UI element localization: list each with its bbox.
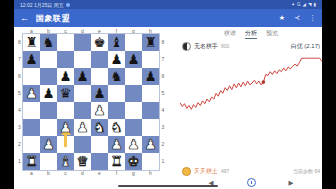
square-g6[interactable] [125,68,142,85]
coord-label: 5 [160,85,166,102]
coord-label: 7 [160,51,166,68]
tab-analysis[interactable]: 分析 [245,29,257,39]
square-c4[interactable] [57,102,74,119]
user-avatar[interactable] [182,167,191,176]
coord-label: g [125,170,142,176]
square-b3[interactable] [40,119,57,136]
coord-label: 8 [16,34,23,51]
square-h8[interactable]: ♜ [142,34,159,51]
evaluation-label: 白优 (2.17) [291,42,320,51]
square-a1[interactable]: ♜ [23,153,40,170]
black-P: ♟ [108,51,125,68]
square-h5[interactable] [142,85,159,102]
square-g1[interactable]: ♚ [125,153,142,170]
black-N: ♞ [40,34,57,51]
coord-label: 6 [16,68,23,85]
coord-label: c [57,170,74,176]
square-f1[interactable]: ♜ [108,153,125,170]
next-move-button[interactable]: ▶ [289,176,294,189]
square-c7[interactable] [57,51,74,68]
square-g8[interactable] [125,34,142,51]
app-content: 12:02 1月25日 周五 ✦ G ◢ ◥ ▮ ← 国象联盟 ★ ≺ ⋮ ab… [14,0,322,189]
square-d5[interactable] [74,85,91,102]
black-N: ♞ [108,68,125,85]
white-P: ♟ [142,136,159,153]
bottom-player-row: 天天棋士 497 当前步数 64 [180,166,322,176]
square-f4[interactable] [108,102,125,119]
square-h1[interactable] [142,153,159,170]
coord-label: 8 [160,34,166,51]
square-e4[interactable]: ♟ [91,102,108,119]
black-P: ♟ [74,68,91,85]
top-player-name: 无名棋手 [194,42,218,51]
square-d6[interactable]: ♟ [74,68,91,85]
black-P: ♟ [57,68,74,85]
white-N: ♞ [91,119,108,136]
last-move-arrow [61,128,71,147]
bottom-player-name: 天天棋士 [194,167,218,176]
main-area: abcdefgh 87654321 ♜♞♚♝♜♟♟♟♟♟♞♟♟♟♛♟♟♟♟♞♞♟… [14,27,322,189]
tab-preview[interactable]: 预览 [266,29,278,39]
coord-label: a [23,170,40,176]
black-Q: ♛ [57,85,74,102]
coord-label: 7 [16,51,23,68]
square-a4[interactable] [23,102,40,119]
coord-label: 1 [160,153,166,170]
coord-label: 3 [16,119,23,136]
coord-label: h [142,170,159,176]
white-N: ♞ [108,119,125,136]
app-bar: ← 国象联盟 ★ ≺ ⋮ [14,9,322,27]
square-e5[interactable]: ♟ [91,85,108,102]
network-type-icon: G [297,2,301,7]
current-move-marker [262,80,266,84]
square-g7[interactable]: ♟ [125,51,142,68]
board-ranks-left: 87654321 [16,34,23,170]
signal-icon: ◢ [303,2,306,7]
white-K: ♚ [125,153,142,170]
analysis-clock-button[interactable] [247,178,256,187]
white-Q: ♛ [74,153,91,170]
square-f3[interactable]: ♞ [108,119,125,136]
square-b8[interactable]: ♞ [40,34,57,51]
chess-board: abcdefgh 87654321 ♜♞♚♝♜♟♟♟♟♟♞♟♟♟♛♟♟♟♟♞♞♟… [16,28,166,176]
square-c6[interactable]: ♟ [57,68,74,85]
overflow-menu-icon[interactable]: ⋮ [309,14,316,22]
square-d2[interactable] [74,136,91,153]
playback-nav: ◀ ▶ [180,176,322,189]
square-a8[interactable]: ♜ [23,34,40,51]
white-P: ♟ [23,85,40,102]
square-h2[interactable]: ♟ [142,136,159,153]
square-b2[interactable]: ♟ [40,136,57,153]
white-B: ♝ [57,153,74,170]
white-R: ♜ [108,153,125,170]
square-d7[interactable] [74,51,91,68]
coord-label: 2 [160,136,166,153]
square-e1[interactable] [91,153,108,170]
black-P: ♟ [23,51,40,68]
vpn-icon: ✦ [291,2,295,7]
square-d3[interactable]: ♟ [74,119,91,136]
eval-chart-wrap[interactable] [180,52,322,114]
black-P: ♟ [91,85,108,102]
white-P: ♟ [91,102,108,119]
square-h7[interactable] [142,51,159,68]
coord-label: 4 [160,102,166,119]
square-c8[interactable] [57,34,74,51]
coord-label: 1 [16,153,23,170]
black-P: ♟ [125,51,142,68]
white-P: ♟ [74,119,91,136]
phone-screen: 12:02 1月25日 周五 ✦ G ◢ ◥ ▮ ← 国象联盟 ★ ≺ ⋮ ab… [0,0,336,189]
square-h4[interactable] [142,102,159,119]
black-R: ♜ [142,34,159,51]
square-f5[interactable] [108,85,125,102]
board-files-bottom: abcdefgh [16,170,166,176]
status-left: 12:02 1月25日 周五 [20,2,70,8]
square-a6[interactable] [23,68,40,85]
square-d4[interactable] [74,102,91,119]
square-b6[interactable] [40,68,57,85]
prev-move-button[interactable]: ◀ [209,176,214,189]
top-player-rating: 800 [221,43,229,49]
square-e3[interactable]: ♞ [91,119,108,136]
status-time-date: 12:02 1月25日 周五 [20,2,64,8]
square-g3[interactable] [125,119,142,136]
square-g4[interactable] [125,102,142,119]
square-a2[interactable] [23,136,40,153]
star-icon[interactable]: ★ [279,14,285,22]
panel-tabs: 棋谱 分析 预览 [180,27,322,39]
white-P: ♟ [40,136,57,153]
tab-moves[interactable]: 棋谱 [224,29,236,39]
black-K: ♚ [91,34,108,51]
analysis-panel: 棋谱 分析 预览 无名棋手 800 白优 (2.17) 天天棋士 [180,27,322,189]
square-a3[interactable] [23,119,40,136]
square-f6[interactable]: ♞ [108,68,125,85]
square-h6[interactable]: ♟ [142,68,159,85]
square-f2[interactable]: ♟ [108,136,125,153]
coord-label: 3 [160,119,166,136]
home-indicator-bar[interactable] [118,185,218,188]
square-d1[interactable]: ♛ [74,153,91,170]
square-e2[interactable] [91,136,108,153]
white-R: ♜ [23,153,40,170]
white-P: ♟ [125,136,142,153]
square-f8[interactable]: ♝ [108,34,125,51]
back-button[interactable]: ← [20,13,29,23]
wifi-icon: ◥ [308,2,311,7]
move-count-label: 当前步数 64 [293,168,320,174]
status-bar: 12:02 1月25日 周五 ✦ G ◢ ◥ ▮ [14,0,322,9]
square-g2[interactable]: ♟ [125,136,142,153]
black-P: ♟ [40,85,57,102]
coord-label: b [40,170,57,176]
white-P: ♟ [108,136,125,153]
coord-label: 6 [160,68,166,85]
square-c5[interactable]: ♛ [57,85,74,102]
coord-label: f [108,170,125,176]
square-b7[interactable] [40,51,57,68]
eval-chart [180,52,322,114]
board-ranks-right: 87654321 [159,34,166,170]
board-grid: ♜♞♚♝♜♟♟♟♟♟♞♟♟♟♛♟♟♟♟♞♞♟♟♟♟♜♝♛♜♚ [23,34,159,170]
square-b1[interactable] [40,153,57,170]
top-player-row: 无名棋手 800 白优 (2.17) [180,41,322,51]
battery-icon: ▮ [314,2,316,7]
coord-label: e [91,170,108,176]
bottom-player-rating: 497 [221,168,229,174]
notification-icon [66,3,70,7]
coord-label: d [74,170,91,176]
black-B: ♝ [108,34,125,51]
coord-label: 2 [16,136,23,153]
square-a7[interactable]: ♟ [23,51,40,68]
coord-label: 5 [16,85,23,102]
black-R: ♜ [23,34,40,51]
share-icon[interactable]: ≺ [294,14,300,22]
square-e6[interactable] [91,68,108,85]
square-e7[interactable] [91,51,108,68]
appbar-actions: ★ ≺ ⋮ [279,14,316,22]
square-b5[interactable]: ♟ [40,85,57,102]
square-e8[interactable]: ♚ [91,34,108,51]
coord-label: 4 [16,102,23,119]
page-title: 国象联盟 [36,13,70,24]
square-a5[interactable]: ♟ [23,85,40,102]
square-h3[interactable] [142,119,159,136]
black-side-icon [182,42,191,51]
black-P: ♟ [142,68,159,85]
square-c1[interactable]: ♝ [57,153,74,170]
status-right: ✦ G ◢ ◥ ▮ [291,2,316,7]
square-f7[interactable]: ♟ [108,51,125,68]
square-d8[interactable] [74,34,91,51]
square-b4[interactable] [40,102,57,119]
square-g5[interactable] [125,85,142,102]
